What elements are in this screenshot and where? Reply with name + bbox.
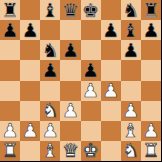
piece-white-pawn: ♟ bbox=[142, 121, 159, 140]
square-g4[interactable] bbox=[121, 81, 141, 101]
square-d4[interactable] bbox=[60, 81, 80, 101]
square-a8[interactable]: ♜ bbox=[0, 0, 20, 20]
square-c3[interactable]: ♞ bbox=[40, 101, 60, 121]
square-f7[interactable]: ♟ bbox=[101, 20, 121, 40]
square-g1[interactable]: ♞ bbox=[121, 141, 141, 161]
square-a5[interactable] bbox=[0, 60, 20, 80]
square-c7[interactable] bbox=[40, 20, 60, 40]
piece-black-pawn: ♟ bbox=[62, 41, 79, 60]
piece-black-pawn: ♟ bbox=[82, 61, 99, 80]
square-g3[interactable]: ♟ bbox=[121, 101, 141, 121]
square-b1[interactable] bbox=[20, 141, 40, 161]
piece-black-pawn: ♟ bbox=[122, 41, 139, 60]
piece-black-rook: ♜ bbox=[2, 1, 19, 20]
square-f1[interactable] bbox=[101, 141, 121, 161]
square-e1[interactable]: ♚ bbox=[81, 141, 101, 161]
square-c8[interactable]: ♝ bbox=[40, 0, 60, 20]
square-d2[interactable] bbox=[60, 121, 80, 141]
piece-black-pawn: ♟ bbox=[102, 21, 119, 40]
piece-black-knight: ♞ bbox=[42, 41, 59, 60]
chess-board: ♜♝♛♚♞♜♟♟♟♝♟♞♟♟♟♟♟♟♞♟♟♟♟♟♝♟♜♝♛♚♞♜ bbox=[0, 0, 162, 162]
piece-black-pawn: ♟ bbox=[142, 21, 159, 40]
square-c5[interactable]: ♟ bbox=[40, 60, 60, 80]
square-h2[interactable]: ♟ bbox=[141, 121, 161, 141]
square-a2[interactable]: ♟ bbox=[0, 121, 20, 141]
square-f5[interactable] bbox=[101, 60, 121, 80]
piece-white-pawn: ♟ bbox=[22, 121, 39, 140]
square-d8[interactable]: ♛ bbox=[60, 0, 80, 20]
square-h4[interactable] bbox=[141, 81, 161, 101]
square-d3[interactable]: ♟ bbox=[60, 101, 80, 121]
square-g7[interactable]: ♝ bbox=[121, 20, 141, 40]
piece-black-knight: ♞ bbox=[122, 1, 139, 20]
piece-white-pawn: ♟ bbox=[2, 121, 19, 140]
square-g8[interactable]: ♞ bbox=[121, 0, 141, 20]
square-e4[interactable]: ♟ bbox=[81, 81, 101, 101]
square-a6[interactable] bbox=[0, 40, 20, 60]
square-e3[interactable] bbox=[81, 101, 101, 121]
square-b8[interactable] bbox=[20, 0, 40, 20]
square-e8[interactable]: ♚ bbox=[81, 0, 101, 20]
piece-black-queen: ♛ bbox=[62, 1, 79, 20]
piece-black-pawn: ♟ bbox=[22, 21, 39, 40]
square-b3[interactable] bbox=[20, 101, 40, 121]
piece-white-knight: ♞ bbox=[122, 141, 139, 160]
square-d1[interactable]: ♛ bbox=[60, 141, 80, 161]
square-h6[interactable] bbox=[141, 40, 161, 60]
square-g6[interactable]: ♟ bbox=[121, 40, 141, 60]
square-c2[interactable]: ♟ bbox=[40, 121, 60, 141]
square-f8[interactable] bbox=[101, 0, 121, 20]
piece-white-bishop: ♝ bbox=[122, 121, 139, 140]
square-e7[interactable] bbox=[81, 20, 101, 40]
square-h3[interactable] bbox=[141, 101, 161, 121]
piece-white-pawn: ♟ bbox=[122, 101, 139, 120]
square-h5[interactable] bbox=[141, 60, 161, 80]
piece-white-pawn: ♟ bbox=[82, 81, 99, 100]
piece-white-pawn: ♟ bbox=[62, 101, 79, 120]
square-b6[interactable] bbox=[20, 40, 40, 60]
square-e5[interactable]: ♟ bbox=[81, 60, 101, 80]
square-b4[interactable] bbox=[20, 81, 40, 101]
square-a7[interactable]: ♟ bbox=[0, 20, 20, 40]
square-g5[interactable] bbox=[121, 60, 141, 80]
square-h1[interactable]: ♜ bbox=[141, 141, 161, 161]
square-d6[interactable]: ♟ bbox=[60, 40, 80, 60]
square-d5[interactable] bbox=[60, 60, 80, 80]
square-f4[interactable]: ♟ bbox=[101, 81, 121, 101]
piece-black-pawn: ♟ bbox=[42, 61, 59, 80]
piece-white-knight: ♞ bbox=[42, 101, 59, 120]
square-c1[interactable]: ♝ bbox=[40, 141, 60, 161]
piece-black-king: ♚ bbox=[82, 1, 99, 20]
square-a3[interactable] bbox=[0, 101, 20, 121]
square-c4[interactable] bbox=[40, 81, 60, 101]
square-e2[interactable] bbox=[81, 121, 101, 141]
square-f6[interactable] bbox=[101, 40, 121, 60]
piece-white-rook: ♜ bbox=[2, 141, 19, 160]
piece-white-king: ♚ bbox=[82, 141, 99, 160]
piece-black-bishop: ♝ bbox=[42, 1, 59, 20]
square-g2[interactable]: ♝ bbox=[121, 121, 141, 141]
piece-black-bishop: ♝ bbox=[122, 21, 139, 40]
square-f2[interactable] bbox=[101, 121, 121, 141]
piece-white-bishop: ♝ bbox=[42, 141, 59, 160]
piece-black-pawn: ♟ bbox=[2, 21, 19, 40]
square-d7[interactable] bbox=[60, 20, 80, 40]
piece-white-pawn: ♟ bbox=[102, 81, 119, 100]
square-c6[interactable]: ♞ bbox=[40, 40, 60, 60]
square-a1[interactable]: ♜ bbox=[0, 141, 20, 161]
square-h7[interactable]: ♟ bbox=[141, 20, 161, 40]
square-b2[interactable]: ♟ bbox=[20, 121, 40, 141]
square-b5[interactable] bbox=[20, 60, 40, 80]
piece-white-rook: ♜ bbox=[142, 141, 159, 160]
square-a4[interactable] bbox=[0, 81, 20, 101]
piece-black-rook: ♜ bbox=[142, 1, 159, 20]
square-f3[interactable] bbox=[101, 101, 121, 121]
piece-white-queen: ♛ bbox=[62, 141, 79, 160]
square-e6[interactable] bbox=[81, 40, 101, 60]
square-b7[interactable]: ♟ bbox=[20, 20, 40, 40]
piece-white-pawn: ♟ bbox=[42, 121, 59, 140]
square-h8[interactable]: ♜ bbox=[141, 0, 161, 20]
